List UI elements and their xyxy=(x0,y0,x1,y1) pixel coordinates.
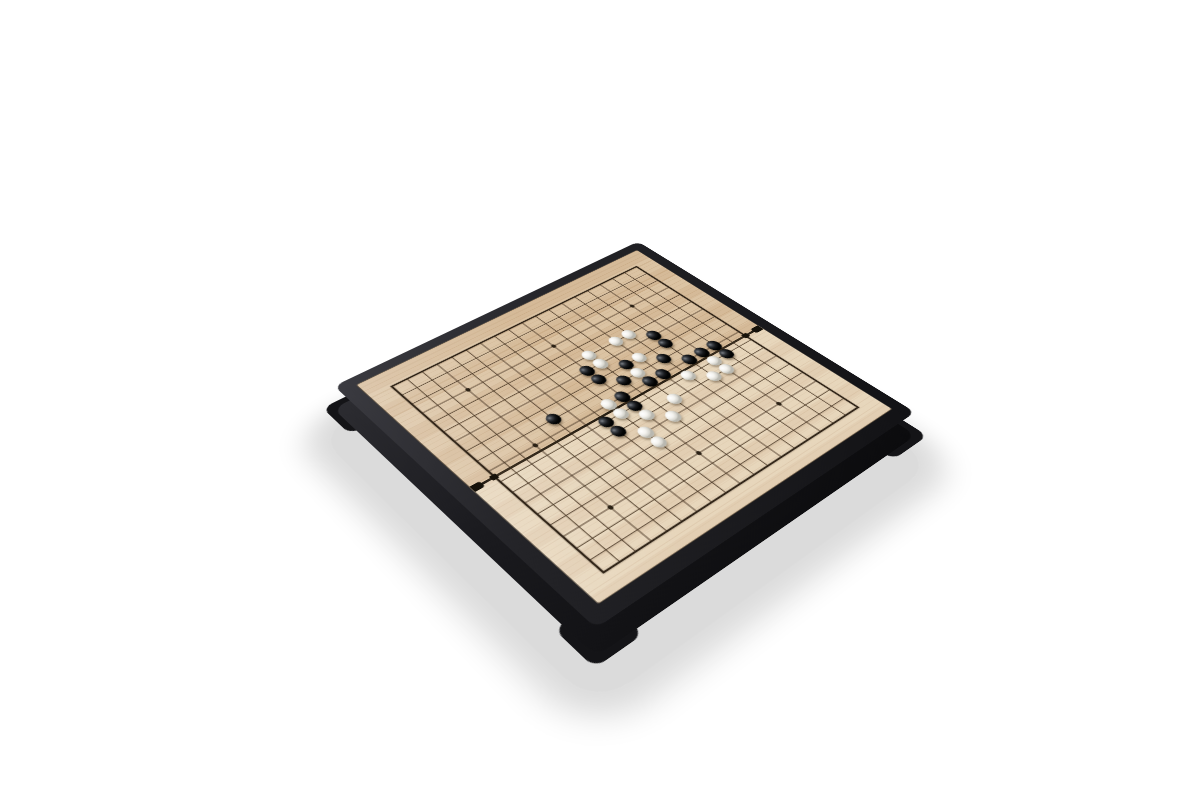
go-board xyxy=(334,241,915,628)
product-photo-canvas xyxy=(0,0,1200,800)
